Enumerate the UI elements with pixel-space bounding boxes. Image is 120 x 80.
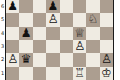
square-g1[interactable] — [86, 67, 99, 80]
square-a2[interactable]: ♙ — [6, 53, 19, 66]
square-h5[interactable] — [100, 13, 113, 26]
chess-diagram: 654321 ♟♟♙♘♟♕♙♙♛♙♖♔ — [0, 0, 120, 80]
square-f6[interactable] — [73, 0, 86, 13]
square-e6[interactable] — [60, 0, 73, 13]
square-f2[interactable] — [73, 53, 86, 66]
square-h3[interactable] — [100, 40, 113, 53]
square-a1[interactable] — [6, 67, 19, 80]
square-c5[interactable] — [33, 13, 46, 26]
square-a4[interactable] — [6, 27, 19, 40]
square-g3[interactable] — [86, 40, 99, 53]
square-a3[interactable] — [6, 40, 19, 53]
square-c2[interactable] — [33, 53, 46, 66]
square-f5[interactable] — [73, 13, 86, 26]
piece-white-king[interactable]: ♔ — [101, 67, 112, 80]
square-g6[interactable] — [86, 0, 99, 13]
square-e5[interactable] — [60, 13, 73, 26]
square-b1[interactable] — [19, 67, 32, 80]
square-h4[interactable] — [100, 27, 113, 40]
square-d3[interactable] — [46, 40, 59, 53]
square-e1[interactable] — [60, 67, 73, 80]
square-d2[interactable] — [46, 53, 59, 66]
piece-white-pawn[interactable]: ♙ — [74, 40, 85, 53]
square-b5[interactable] — [19, 13, 32, 26]
square-h1[interactable]: ♔ — [100, 67, 113, 80]
square-b3[interactable] — [19, 40, 32, 53]
piece-black-queen[interactable]: ♛ — [21, 53, 32, 66]
square-f3[interactable]: ♙ — [73, 40, 86, 53]
piece-black-pawn[interactable]: ♟ — [21, 27, 32, 40]
square-f1[interactable]: ♖ — [73, 67, 86, 80]
square-f4[interactable]: ♕ — [73, 27, 86, 40]
square-h2[interactable]: ♙ — [100, 53, 113, 66]
piece-white-pawn[interactable]: ♙ — [101, 53, 112, 66]
piece-white-queen[interactable]: ♕ — [74, 27, 85, 40]
square-g4[interactable] — [86, 27, 99, 40]
square-e4[interactable] — [60, 27, 73, 40]
square-b2[interactable]: ♛ — [19, 53, 32, 66]
piece-black-pawn[interactable]: ♟ — [7, 0, 18, 13]
square-c4[interactable] — [33, 27, 46, 40]
square-c1[interactable] — [33, 67, 46, 80]
square-c6[interactable] — [33, 0, 46, 13]
square-h6[interactable] — [100, 0, 113, 13]
square-e2[interactable] — [60, 53, 73, 66]
square-a5[interactable] — [6, 13, 19, 26]
square-c3[interactable] — [33, 40, 46, 53]
square-g5[interactable]: ♘ — [86, 13, 99, 26]
square-b6[interactable] — [19, 0, 32, 13]
square-a6[interactable]: ♟ — [6, 0, 19, 13]
square-d4[interactable] — [46, 27, 59, 40]
chess-board: ♟♟♙♘♟♕♙♙♛♙♖♔ — [5, 0, 114, 80]
piece-white-pawn[interactable]: ♙ — [7, 53, 18, 66]
piece-white-knight[interactable]: ♘ — [88, 13, 99, 26]
square-b4[interactable]: ♟ — [19, 27, 32, 40]
square-d5[interactable]: ♙ — [46, 13, 59, 26]
piece-white-pawn[interactable]: ♙ — [47, 13, 58, 26]
piece-black-pawn[interactable]: ♟ — [47, 0, 58, 13]
square-e3[interactable] — [60, 40, 73, 53]
piece-white-rook[interactable]: ♖ — [74, 67, 85, 80]
square-d6[interactable]: ♟ — [46, 0, 59, 13]
square-d1[interactable] — [46, 67, 59, 80]
square-g2[interactable] — [86, 53, 99, 66]
